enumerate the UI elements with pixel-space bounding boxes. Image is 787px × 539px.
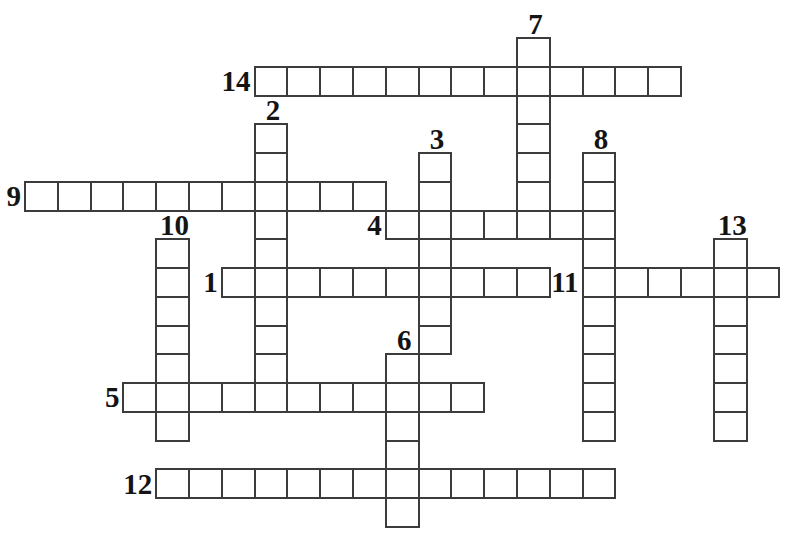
crossword-cell[interactable] [582,210,617,241]
crossword-cell[interactable] [385,440,420,471]
crossword-cell[interactable] [418,238,453,269]
crossword-cell[interactable] [286,267,321,298]
crossword-cell[interactable] [155,296,190,327]
crossword-cell[interactable] [582,411,617,442]
clue-number-10-down: 10 [160,211,189,240]
crossword-cell[interactable] [188,468,223,499]
crossword-puzzle: 1459111214236781013 [0,0,787,539]
crossword-cell[interactable] [155,382,190,413]
crossword-cell[interactable] [286,181,321,212]
crossword-cell[interactable] [516,95,551,126]
crossword-cell[interactable] [713,353,748,384]
crossword-cell[interactable] [254,353,289,384]
clue-number-4-across: 4 [306,211,382,240]
crossword-cell[interactable] [254,123,289,154]
crossword-cell[interactable] [713,325,748,356]
crossword-cell[interactable] [286,382,321,413]
crossword-cell[interactable] [385,497,420,528]
crossword-cell[interactable] [418,210,453,241]
crossword-cell[interactable] [385,353,420,384]
crossword-cell[interactable] [713,382,748,413]
crossword-cell[interactable] [713,296,748,327]
crossword-cell[interactable] [122,382,157,413]
crossword-cell[interactable] [450,468,485,499]
crossword-cell[interactable] [418,66,453,97]
crossword-cell[interactable] [516,152,551,183]
crossword-cell[interactable] [582,267,617,298]
crossword-cell[interactable] [680,267,715,298]
crossword-cell[interactable] [385,411,420,442]
crossword-cell[interactable] [254,238,289,269]
crossword-cell[interactable] [254,296,289,327]
crossword-cell[interactable] [352,66,387,97]
crossword-cell[interactable] [549,210,584,241]
crossword-cell[interactable] [286,468,321,499]
crossword-cell[interactable] [24,181,59,212]
crossword-cell[interactable] [418,382,453,413]
crossword-cell[interactable] [450,210,485,241]
crossword-cell[interactable] [418,181,453,212]
crossword-cell[interactable] [57,181,92,212]
crossword-cell[interactable] [418,296,453,327]
crossword-cell[interactable] [188,382,223,413]
crossword-cell[interactable] [122,181,157,212]
crossword-cell[interactable] [254,267,289,298]
crossword-cell[interactable] [385,468,420,499]
crossword-cell[interactable] [221,382,256,413]
crossword-cell[interactable] [319,267,354,298]
crossword-cell[interactable] [647,66,682,97]
crossword-cell[interactable] [582,66,617,97]
clue-number-1-across: 1 [142,268,218,297]
crossword-cell[interactable] [254,181,289,212]
crossword-cell[interactable] [450,382,485,413]
crossword-cell[interactable] [450,66,485,97]
crossword-cell[interactable] [746,267,781,298]
crossword-cell[interactable] [352,181,387,212]
crossword-cell[interactable] [582,152,617,183]
crossword-cell[interactable] [254,152,289,183]
crossword-cell[interactable] [155,238,190,269]
clue-number-6-down: 6 [397,326,412,355]
crossword-cell[interactable] [450,267,485,298]
crossword-cell[interactable] [516,66,551,97]
crossword-cell[interactable] [713,238,748,269]
crossword-cell[interactable] [155,181,190,212]
crossword-cell[interactable] [188,181,223,212]
crossword-cell[interactable] [155,325,190,356]
crossword-cell[interactable] [385,267,420,298]
crossword-cell[interactable] [286,66,321,97]
crossword-cell[interactable] [647,267,682,298]
clue-number-3-down: 3 [430,125,445,154]
crossword-cell[interactable] [483,468,518,499]
crossword-cell[interactable] [319,382,354,413]
crossword-cell[interactable] [549,66,584,97]
crossword-cell[interactable] [385,66,420,97]
crossword-cell[interactable] [549,468,584,499]
crossword-cell[interactable] [516,210,551,241]
crossword-cell[interactable] [516,37,551,68]
crossword-cell[interactable] [418,152,453,183]
crossword-cell[interactable] [155,411,190,442]
crossword-cell[interactable] [713,411,748,442]
crossword-cell[interactable] [254,66,289,97]
crossword-cell[interactable] [516,123,551,154]
crossword-cell[interactable] [319,468,354,499]
clue-number-8-down: 8 [594,125,609,154]
clue-number-2-down: 2 [266,96,281,125]
crossword-cell[interactable] [483,66,518,97]
crossword-cell[interactable] [254,210,289,241]
crossword-cell[interactable] [90,181,125,212]
crossword-cell[interactable] [352,382,387,413]
crossword-cell[interactable] [221,181,256,212]
crossword-cell[interactable] [582,181,617,212]
clue-number-7-down: 7 [528,10,543,39]
crossword-cell[interactable] [385,382,420,413]
crossword-cell[interactable] [516,468,551,499]
crossword-cell[interactable] [582,353,617,384]
crossword-cell[interactable] [418,468,453,499]
clue-number-13-down: 13 [718,211,747,240]
crossword-cell[interactable] [352,267,387,298]
crossword-cell[interactable] [614,267,649,298]
crossword-cell[interactable] [221,468,256,499]
crossword-cell[interactable] [418,267,453,298]
clue-number-5-across: 5 [43,383,119,412]
clue-number-9-across: 9 [0,182,21,211]
crossword-cell[interactable] [418,325,453,356]
crossword-cell[interactable] [155,353,190,384]
crossword-cell[interactable] [483,210,518,241]
clue-number-14-across: 14 [175,67,251,96]
crossword-cell[interactable] [713,267,748,298]
crossword-cell[interactable] [516,181,551,212]
crossword-cell[interactable] [254,382,289,413]
crossword-cell[interactable] [582,468,617,499]
crossword-cell[interactable] [582,382,617,413]
crossword-cell[interactable] [319,66,354,97]
crossword-cell[interactable] [385,210,420,241]
crossword-cell[interactable] [254,468,289,499]
crossword-cell[interactable] [352,468,387,499]
crossword-cell[interactable] [221,267,256,298]
crossword-cell[interactable] [319,181,354,212]
crossword-cell[interactable] [254,325,289,356]
crossword-cell[interactable] [614,66,649,97]
crossword-cell[interactable] [582,325,617,356]
clue-number-11-across: 11 [503,268,579,297]
clue-number-12-across: 12 [76,470,152,499]
crossword-cell[interactable] [582,238,617,269]
crossword-cell[interactable] [582,296,617,327]
crossword-cell[interactable] [155,468,190,499]
